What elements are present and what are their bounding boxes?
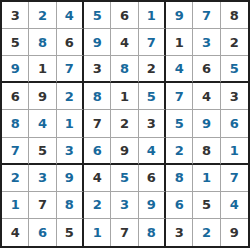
sudoku-cell-r2c9[interactable]: 2 [221, 29, 248, 56]
sudoku-cell-r9c6[interactable]: 8 [139, 219, 166, 246]
sudoku-cell-r7c9[interactable]: 7 [221, 165, 248, 192]
sudoku-cell-r6c4[interactable]: 6 [84, 138, 111, 165]
sudoku-cell-r4c6[interactable]: 5 [139, 83, 166, 110]
sudoku-cell-r7c4[interactable]: 4 [84, 165, 111, 192]
sudoku-cell-r9c8[interactable]: 2 [193, 219, 220, 246]
sudoku-cell-r1c6[interactable]: 1 [139, 2, 166, 29]
sudoku-cell-r8c4[interactable]: 2 [84, 192, 111, 219]
sudoku-cell-r5c4[interactable]: 7 [84, 110, 111, 137]
sudoku-cell-r3c7[interactable]: 4 [166, 56, 193, 83]
sudoku-cell-r3c9[interactable]: 5 [221, 56, 248, 83]
sudoku-cell-r1c9[interactable]: 8 [221, 2, 248, 29]
sudoku-cell-r5c5[interactable]: 2 [111, 110, 138, 137]
sudoku-cell-r2c5[interactable]: 4 [111, 29, 138, 56]
sudoku-cell-r7c1[interactable]: 2 [2, 165, 29, 192]
sudoku-cell-r5c9[interactable]: 6 [221, 110, 248, 137]
sudoku-cell-r4c3[interactable]: 2 [57, 83, 84, 110]
sudoku-cell-r5c2[interactable]: 4 [29, 110, 56, 137]
sudoku-cell-r1c7[interactable]: 9 [166, 2, 193, 29]
sudoku-cell-r6c2[interactable]: 5 [29, 138, 56, 165]
sudoku-cell-r1c4[interactable]: 5 [84, 2, 111, 29]
sudoku-cell-r3c1[interactable]: 9 [2, 56, 29, 83]
sudoku-cell-r2c6[interactable]: 7 [139, 29, 166, 56]
sudoku-cell-r6c5[interactable]: 9 [111, 138, 138, 165]
sudoku-cell-r8c9[interactable]: 4 [221, 192, 248, 219]
sudoku-cell-r5c1[interactable]: 8 [2, 110, 29, 137]
sudoku-cell-r2c4[interactable]: 9 [84, 29, 111, 56]
sudoku-cell-r2c2[interactable]: 8 [29, 29, 56, 56]
sudoku-cell-r1c3[interactable]: 4 [57, 2, 84, 29]
sudoku-cell-r6c3[interactable]: 3 [57, 138, 84, 165]
sudoku-cell-r5c3[interactable]: 1 [57, 110, 84, 137]
sudoku-cell-r9c3[interactable]: 5 [57, 219, 84, 246]
sudoku-cell-r8c6[interactable]: 9 [139, 192, 166, 219]
sudoku-cell-r9c4[interactable]: 1 [84, 219, 111, 246]
sudoku-cell-r7c2[interactable]: 3 [29, 165, 56, 192]
sudoku-cell-r4c9[interactable]: 3 [221, 83, 248, 110]
sudoku-cell-r2c1[interactable]: 5 [2, 29, 29, 56]
sudoku-cell-r9c9[interactable]: 9 [221, 219, 248, 246]
sudoku-cell-r5c8[interactable]: 9 [193, 110, 220, 137]
sudoku-cell-r4c4[interactable]: 8 [84, 83, 111, 110]
sudoku-cell-r8c3[interactable]: 8 [57, 192, 84, 219]
sudoku-cell-r1c2[interactable]: 2 [29, 2, 56, 29]
sudoku-cell-r7c6[interactable]: 6 [139, 165, 166, 192]
sudoku-cell-r8c2[interactable]: 7 [29, 192, 56, 219]
sudoku-cell-r4c1[interactable]: 6 [2, 83, 29, 110]
sudoku-cell-r5c7[interactable]: 5 [166, 110, 193, 137]
sudoku-cell-r7c5[interactable]: 5 [111, 165, 138, 192]
sudoku-cell-r4c7[interactable]: 7 [166, 83, 193, 110]
sudoku-cell-r9c2[interactable]: 6 [29, 219, 56, 246]
sudoku-cell-r6c6[interactable]: 4 [139, 138, 166, 165]
sudoku-cell-r7c7[interactable]: 8 [166, 165, 193, 192]
sudoku-cell-r6c7[interactable]: 2 [166, 138, 193, 165]
sudoku-board: 3245619785869471329173824656928157438417… [0, 0, 250, 248]
sudoku-cell-r4c5[interactable]: 1 [111, 83, 138, 110]
sudoku-cell-r6c9[interactable]: 1 [221, 138, 248, 165]
sudoku-cell-r2c8[interactable]: 3 [193, 29, 220, 56]
sudoku-cell-r3c8[interactable]: 6 [193, 56, 220, 83]
sudoku-cell-r6c8[interactable]: 8 [193, 138, 220, 165]
sudoku-cell-r7c3[interactable]: 9 [57, 165, 84, 192]
sudoku-cell-r3c3[interactable]: 7 [57, 56, 84, 83]
sudoku-cell-r5c6[interactable]: 3 [139, 110, 166, 137]
sudoku-cell-r3c4[interactable]: 3 [84, 56, 111, 83]
sudoku-cell-r2c3[interactable]: 6 [57, 29, 84, 56]
sudoku-cell-r9c1[interactable]: 4 [2, 219, 29, 246]
sudoku-cell-r4c2[interactable]: 9 [29, 83, 56, 110]
sudoku-cell-r1c1[interactable]: 3 [2, 2, 29, 29]
sudoku-cell-r1c5[interactable]: 6 [111, 2, 138, 29]
sudoku-cell-r4c8[interactable]: 4 [193, 83, 220, 110]
sudoku-cell-r3c5[interactable]: 8 [111, 56, 138, 83]
sudoku-cell-r3c2[interactable]: 1 [29, 56, 56, 83]
sudoku-cell-r8c8[interactable]: 5 [193, 192, 220, 219]
sudoku-cell-r8c7[interactable]: 6 [166, 192, 193, 219]
sudoku-cell-r6c1[interactable]: 7 [2, 138, 29, 165]
sudoku-cell-r3c6[interactable]: 2 [139, 56, 166, 83]
sudoku-cell-r2c7[interactable]: 1 [166, 29, 193, 56]
sudoku-cell-r8c5[interactable]: 3 [111, 192, 138, 219]
sudoku-cell-r9c5[interactable]: 7 [111, 219, 138, 246]
sudoku-cell-r9c7[interactable]: 3 [166, 219, 193, 246]
sudoku-cell-r7c8[interactable]: 1 [193, 165, 220, 192]
sudoku-cell-r8c1[interactable]: 1 [2, 192, 29, 219]
sudoku-cell-r1c8[interactable]: 7 [193, 2, 220, 29]
